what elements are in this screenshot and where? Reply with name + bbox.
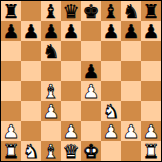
square-f7[interactable]: ♟ [101, 21, 121, 41]
square-a5[interactable] [1, 61, 21, 81]
piece-black-pawn[interactable]: ♟ [22, 21, 39, 41]
piece-black-knight[interactable]: ♞ [122, 1, 139, 21]
square-c4[interactable]: ♝ [41, 81, 61, 101]
square-g4[interactable] [121, 81, 141, 101]
square-b3[interactable] [21, 101, 41, 121]
square-b1[interactable]: ♞ [21, 141, 41, 161]
piece-white-bishop[interactable]: ♝ [42, 141, 59, 161]
square-e7[interactable] [81, 21, 101, 41]
square-c3[interactable]: ♟ [41, 101, 61, 121]
piece-white-pawn[interactable]: ♟ [42, 101, 59, 121]
square-e5[interactable]: ♟ [81, 61, 101, 81]
square-c1[interactable]: ♝ [41, 141, 61, 161]
square-d2[interactable]: ♟ [61, 121, 81, 141]
square-e8[interactable]: ♚ [81, 1, 101, 21]
square-d4[interactable] [61, 81, 81, 101]
piece-white-pawn[interactable]: ♟ [102, 121, 119, 141]
board-grid: ♜♝♛♚♝♞♜♟♟♟♟♟♟♟♞♟♝♟♟♞♟♟♟♟♟♜♞♝♛♚♜ [1, 1, 161, 161]
square-e4[interactable]: ♟ [81, 81, 101, 101]
square-a4[interactable] [1, 81, 21, 101]
square-b4[interactable] [21, 81, 41, 101]
piece-black-pawn[interactable]: ♟ [82, 61, 99, 81]
square-f4[interactable] [101, 81, 121, 101]
square-a6[interactable] [1, 41, 21, 61]
chess-board: ♜♝♛♚♝♞♜♟♟♟♟♟♟♟♞♟♝♟♟♞♟♟♟♟♟♜♞♝♛♚♜ [0, 0, 162, 162]
square-c6[interactable]: ♞ [41, 41, 61, 61]
square-a2[interactable]: ♟ [1, 121, 21, 141]
square-a3[interactable] [1, 101, 21, 121]
square-a1[interactable]: ♜ [1, 141, 21, 161]
square-g7[interactable]: ♟ [121, 21, 141, 41]
square-e3[interactable] [81, 101, 101, 121]
square-g5[interactable] [121, 61, 141, 81]
square-e6[interactable] [81, 41, 101, 61]
square-g3[interactable] [121, 101, 141, 121]
piece-black-bishop[interactable]: ♝ [102, 1, 119, 21]
square-b8[interactable] [21, 1, 41, 21]
square-c2[interactable] [41, 121, 61, 141]
piece-white-knight[interactable]: ♞ [22, 141, 39, 161]
square-g2[interactable]: ♟ [121, 121, 141, 141]
piece-black-pawn[interactable]: ♟ [142, 21, 159, 41]
square-g8[interactable]: ♞ [121, 1, 141, 21]
piece-black-bishop[interactable]: ♝ [42, 1, 59, 21]
piece-black-pawn[interactable]: ♟ [42, 21, 59, 41]
square-f1[interactable] [101, 141, 121, 161]
square-a7[interactable]: ♟ [1, 21, 21, 41]
piece-white-pawn[interactable]: ♟ [2, 121, 19, 141]
piece-white-pawn[interactable]: ♟ [142, 121, 159, 141]
square-g6[interactable] [121, 41, 141, 61]
square-d1[interactable]: ♛ [61, 141, 81, 161]
square-d3[interactable] [61, 101, 81, 121]
square-h3[interactable] [141, 101, 161, 121]
square-b6[interactable] [21, 41, 41, 61]
square-c7[interactable]: ♟ [41, 21, 61, 41]
square-f5[interactable] [101, 61, 121, 81]
square-d5[interactable] [61, 61, 81, 81]
piece-black-pawn[interactable]: ♟ [2, 21, 19, 41]
square-f6[interactable] [101, 41, 121, 61]
piece-white-queen[interactable]: ♛ [62, 141, 79, 161]
square-h1[interactable]: ♜ [141, 141, 161, 161]
square-b2[interactable] [21, 121, 41, 141]
piece-white-rook[interactable]: ♜ [2, 141, 19, 161]
square-b5[interactable] [21, 61, 41, 81]
square-f8[interactable]: ♝ [101, 1, 121, 21]
square-d6[interactable] [61, 41, 81, 61]
piece-black-pawn[interactable]: ♟ [122, 21, 139, 41]
square-c8[interactable]: ♝ [41, 1, 61, 21]
square-c5[interactable] [41, 61, 61, 81]
square-f2[interactable]: ♟ [101, 121, 121, 141]
piece-black-king[interactable]: ♚ [82, 1, 99, 21]
piece-black-pawn[interactable]: ♟ [102, 21, 119, 41]
piece-white-knight[interactable]: ♞ [102, 101, 119, 121]
piece-black-pawn[interactable]: ♟ [62, 21, 79, 41]
square-h6[interactable] [141, 41, 161, 61]
piece-white-king[interactable]: ♚ [82, 141, 99, 161]
square-a8[interactable]: ♜ [1, 1, 21, 21]
piece-black-rook[interactable]: ♜ [2, 1, 19, 21]
piece-black-rook[interactable]: ♜ [142, 1, 159, 21]
square-h5[interactable] [141, 61, 161, 81]
piece-white-pawn[interactable]: ♟ [82, 81, 99, 101]
piece-black-knight[interactable]: ♞ [42, 41, 59, 61]
square-b7[interactable]: ♟ [21, 21, 41, 41]
piece-black-queen[interactable]: ♛ [62, 1, 79, 21]
square-h7[interactable]: ♟ [141, 21, 161, 41]
piece-white-pawn[interactable]: ♟ [62, 121, 79, 141]
square-h4[interactable] [141, 81, 161, 101]
square-e1[interactable]: ♚ [81, 141, 101, 161]
square-h8[interactable]: ♜ [141, 1, 161, 21]
piece-white-pawn[interactable]: ♟ [122, 121, 139, 141]
square-e2[interactable] [81, 121, 101, 141]
piece-white-bishop[interactable]: ♝ [42, 81, 59, 101]
square-d8[interactable]: ♛ [61, 1, 81, 21]
square-f3[interactable]: ♞ [101, 101, 121, 121]
piece-white-rook[interactable]: ♜ [142, 141, 159, 161]
square-h2[interactable]: ♟ [141, 121, 161, 141]
square-d7[interactable]: ♟ [61, 21, 81, 41]
square-g1[interactable] [121, 141, 141, 161]
